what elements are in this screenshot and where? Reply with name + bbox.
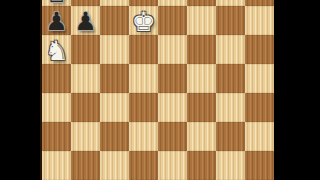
square-c3	[100, 122, 129, 151]
square-b6	[71, 35, 100, 64]
square-a6	[42, 35, 71, 64]
square-h3	[245, 122, 274, 151]
square-c6	[100, 35, 129, 64]
square-f4	[187, 93, 216, 122]
square-a2	[42, 151, 71, 180]
square-c2	[100, 151, 129, 180]
square-c5	[100, 64, 129, 93]
square-e2	[158, 151, 187, 180]
square-g2	[216, 151, 245, 180]
square-h7	[245, 6, 274, 35]
square-e3	[158, 122, 187, 151]
square-a7	[42, 6, 71, 35]
square-f7	[187, 6, 216, 35]
square-h6	[245, 35, 274, 64]
square-b4	[71, 93, 100, 122]
square-d6	[129, 35, 158, 64]
square-f5	[187, 64, 216, 93]
square-d7	[129, 6, 158, 35]
square-d4	[129, 93, 158, 122]
square-f2	[187, 151, 216, 180]
chess-board: ♚♟♟♚♞	[40, 0, 274, 180]
square-e5	[158, 64, 187, 93]
square-b3	[71, 122, 100, 151]
square-a3	[42, 122, 71, 151]
square-b5	[71, 64, 100, 93]
square-h4	[245, 93, 274, 122]
square-f3	[187, 122, 216, 151]
square-g3	[216, 122, 245, 151]
square-b7	[71, 6, 100, 35]
square-a5	[42, 64, 71, 93]
square-g5	[216, 64, 245, 93]
square-g7	[216, 6, 245, 35]
square-b2	[71, 151, 100, 180]
square-d3	[129, 122, 158, 151]
square-h2	[245, 151, 274, 180]
square-e6	[158, 35, 187, 64]
video-frame: ♚♟♟♚♞	[0, 0, 320, 180]
square-g6	[216, 35, 245, 64]
square-f6	[187, 35, 216, 64]
square-e4	[158, 93, 187, 122]
square-c7	[100, 6, 129, 35]
square-a4	[42, 93, 71, 122]
square-g4	[216, 93, 245, 122]
square-e7	[158, 6, 187, 35]
square-h5	[245, 64, 274, 93]
square-c4	[100, 93, 129, 122]
square-d5	[129, 64, 158, 93]
square-d2	[129, 151, 158, 180]
